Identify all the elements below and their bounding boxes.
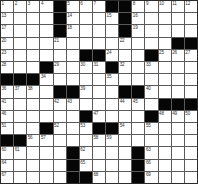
cell-r4c4[interactable] (40, 38, 52, 49)
cell-r7c7[interactable] (80, 74, 92, 85)
cell-r11c15[interactable] (185, 123, 197, 134)
cell-r6c11[interactable] (132, 62, 144, 73)
cell-r5c2[interactable] (14, 50, 26, 61)
cell-r13c7[interactable]: 62 (80, 147, 92, 158)
clue-number-31: 31 (93, 62, 98, 67)
cell-r8c9[interactable] (106, 86, 118, 97)
clue-number-16: 16 (133, 13, 138, 18)
cell-r4c5[interactable]: 21 (54, 38, 66, 49)
black-cell-r7c3 (27, 74, 39, 85)
cell-r11c12[interactable]: 55 (145, 123, 157, 134)
cell-r2c8[interactable] (93, 13, 105, 24)
cell-r13c4[interactable] (40, 147, 52, 158)
cell-r6c7[interactable]: 30 (80, 62, 92, 73)
cell-r14c14[interactable] (172, 160, 184, 171)
cell-r11c14[interactable] (172, 123, 184, 134)
cell-r1c13[interactable]: 10 (159, 1, 171, 12)
cell-r14c12[interactable]: 66 (145, 160, 157, 171)
black-cell-r3c5 (54, 25, 66, 36)
cell-r15c13[interactable] (159, 172, 171, 183)
cell-r9c8[interactable] (93, 99, 105, 110)
black-cell-r11c4 (40, 123, 52, 134)
cell-r9c9[interactable] (106, 99, 118, 110)
cell-r13c1[interactable]: 60 (1, 147, 13, 158)
cell-r3c12[interactable] (145, 25, 157, 36)
clue-number-13: 13 (2, 13, 7, 18)
cell-r14c15[interactable] (185, 160, 197, 171)
cell-r14c3[interactable] (27, 160, 39, 171)
cell-r3c7[interactable] (80, 25, 92, 36)
cell-r15c10[interactable] (119, 172, 131, 183)
black-cell-r11c8 (93, 123, 105, 134)
black-cell-r10c7 (80, 111, 92, 122)
cell-r13c13[interactable] (159, 147, 171, 158)
clue-number-60: 60 (2, 147, 7, 152)
black-cell-r2c10 (119, 13, 131, 24)
cell-r6c8[interactable]: 31 (93, 62, 105, 73)
cell-r4c6[interactable] (67, 38, 79, 49)
cell-r9c3[interactable] (27, 99, 39, 110)
black-cell-r7c2 (14, 74, 26, 85)
cell-r14c4[interactable] (40, 160, 52, 171)
cell-r5c10[interactable] (119, 50, 131, 61)
cell-r2c1[interactable]: 13 (1, 13, 13, 24)
cell-r5c3[interactable] (27, 50, 39, 61)
cell-r2c3[interactable] (27, 13, 39, 24)
clue-number-51: 51 (2, 123, 7, 128)
cell-r2c13[interactable] (159, 13, 171, 24)
cell-r9c11[interactable]: 45 (132, 99, 144, 110)
cell-r1c3[interactable]: 3 (27, 1, 39, 12)
black-cell-r12c2 (14, 135, 26, 146)
clue-number-19: 19 (133, 25, 138, 30)
cell-r1c11[interactable]: 8 (132, 1, 144, 12)
cell-r13c15[interactable] (185, 147, 197, 158)
black-cell-r5c12 (145, 50, 157, 61)
cell-r2c12[interactable] (145, 13, 157, 24)
cell-r11c2[interactable] (14, 123, 26, 134)
cell-r13c9[interactable] (106, 147, 118, 158)
cell-r5c9[interactable]: 24 (106, 50, 118, 61)
cell-r12c13[interactable] (159, 135, 171, 146)
clue-number-1: 1 (2, 1, 4, 6)
cell-r3c6[interactable]: 18 (67, 25, 79, 36)
cell-r6c14[interactable] (172, 62, 184, 73)
cell-r6c12[interactable]: 33 (145, 62, 157, 73)
black-cell-r15c6 (67, 172, 79, 183)
black-cell-r4c15 (185, 38, 197, 49)
cell-r6c6[interactable] (67, 62, 79, 73)
cell-r8c2[interactable]: 37 (14, 86, 26, 97)
cell-r10c2[interactable] (14, 111, 26, 122)
black-cell-r4c14 (172, 38, 184, 49)
clue-number-9: 9 (146, 1, 148, 6)
clue-number-20: 20 (2, 38, 7, 43)
clue-number-8: 8 (133, 1, 135, 6)
clue-number-3: 3 (28, 1, 30, 6)
black-cell-r2c5 (54, 13, 66, 24)
cell-r4c9[interactable] (106, 38, 118, 49)
cell-r11c11[interactable] (132, 123, 144, 134)
cell-r7c15[interactable] (185, 74, 197, 85)
cell-r11c10[interactable]: 54 (119, 123, 131, 134)
clue-number-17: 17 (2, 25, 7, 30)
clue-number-12: 12 (185, 1, 190, 6)
clue-number-10: 10 (159, 1, 164, 6)
cell-r8c13[interactable] (159, 86, 171, 97)
cell-r12c7[interactable] (80, 135, 92, 146)
cell-r13c2[interactable]: 61 (14, 147, 26, 158)
cell-r8c3[interactable]: 38 (27, 86, 39, 97)
cell-r9c7[interactable] (80, 99, 92, 110)
cell-r3c13[interactable] (159, 25, 171, 36)
cell-r3c15[interactable] (185, 25, 197, 36)
cell-r2c14[interactable] (172, 13, 184, 24)
clue-number-35: 35 (107, 74, 112, 79)
cell-r6c15[interactable] (185, 62, 197, 73)
cell-r11c1[interactable]: 51 (1, 123, 13, 134)
clue-number-67: 67 (2, 172, 7, 177)
cell-r12c6[interactable] (67, 135, 79, 146)
clue-number-26: 26 (172, 50, 177, 55)
clue-number-50: 50 (185, 111, 190, 116)
cell-r5c5[interactable] (54, 50, 66, 61)
cell-r8c1[interactable]: 36 (1, 86, 13, 97)
cell-r3c2[interactable] (14, 25, 26, 36)
black-cell-r8c6 (67, 86, 79, 97)
cell-r3c11[interactable]: 19 (132, 25, 144, 36)
clue-number-37: 37 (15, 86, 20, 91)
cell-r13c3[interactable] (27, 147, 39, 158)
clue-number-64: 64 (2, 160, 7, 165)
cell-r4c10[interactable]: 22 (119, 38, 131, 49)
cell-r8c4[interactable] (40, 86, 52, 97)
cell-r9c12[interactable] (145, 99, 157, 110)
cell-r5c13[interactable]: 25 (159, 50, 171, 61)
black-cell-r13c11 (132, 147, 144, 158)
cell-r10c9[interactable] (106, 111, 118, 122)
cell-r15c3[interactable] (27, 172, 39, 183)
cell-r15c9[interactable] (106, 172, 118, 183)
cell-r10c10[interactable] (119, 111, 131, 122)
clue-number-5: 5 (67, 1, 69, 6)
cell-r12c3[interactable]: 56 (27, 135, 39, 146)
clue-number-15: 15 (107, 13, 112, 18)
cell-r6c13[interactable] (159, 62, 171, 73)
cell-r4c3[interactable] (27, 38, 39, 49)
cell-r7c13[interactable] (159, 74, 171, 85)
cell-r9c5[interactable]: 42 (54, 99, 66, 110)
black-cell-r8c11 (132, 86, 144, 97)
clue-number-41: 41 (2, 99, 7, 104)
black-cell-r12c1 (1, 135, 13, 146)
black-cell-r5c7 (80, 50, 92, 61)
black-cell-r14c6 (67, 160, 79, 171)
cell-r13c5[interactable] (54, 147, 66, 158)
black-cell-r1c10 (119, 1, 131, 12)
clue-number-68: 68 (93, 172, 98, 177)
clue-number-34: 34 (41, 74, 46, 79)
cell-r10c3[interactable] (27, 111, 39, 122)
cell-r5c6[interactable] (67, 50, 79, 61)
cell-r7c4[interactable]: 34 (40, 74, 52, 85)
cell-r3c8[interactable] (93, 25, 105, 36)
cell-r11c3[interactable] (27, 123, 39, 134)
cell-r1c1[interactable]: 1 (1, 1, 13, 12)
clue-number-2: 2 (15, 1, 17, 6)
clue-number-7: 7 (93, 1, 95, 6)
cell-r15c1[interactable]: 67 (1, 172, 13, 183)
cell-r2c11[interactable]: 16 (132, 13, 144, 24)
cell-r9c4[interactable] (40, 99, 52, 110)
cell-r15c8[interactable]: 68 (93, 172, 105, 183)
clue-number-30: 30 (80, 62, 85, 67)
black-cell-r6c4 (40, 62, 52, 73)
cell-r10c14[interactable]: 49 (172, 111, 184, 122)
cell-r3c4[interactable] (40, 25, 52, 36)
cell-r2c7[interactable] (80, 13, 92, 24)
cell-r5c4[interactable] (40, 50, 52, 61)
cell-r7c6[interactable] (67, 74, 79, 85)
clue-number-21: 21 (54, 38, 59, 43)
black-cell-r9c14 (172, 99, 184, 110)
clue-number-48: 48 (159, 111, 164, 116)
cell-r5c11[interactable] (132, 50, 144, 61)
cell-r9c1[interactable]: 41 (1, 99, 13, 110)
cell-r3c3[interactable] (27, 25, 39, 36)
cell-r5c15[interactable]: 27 (185, 50, 197, 61)
clue-number-29: 29 (54, 62, 59, 67)
cell-r4c1[interactable]: 20 (1, 38, 13, 49)
cell-r1c15[interactable]: 12 (185, 1, 197, 12)
clue-number-28: 28 (2, 62, 7, 67)
cell-r6c2[interactable] (14, 62, 26, 73)
black-cell-r3c10 (119, 25, 131, 36)
cell-r4c12[interactable] (145, 38, 157, 49)
cell-r10c11[interactable] (132, 111, 144, 122)
black-cell-r1c9 (106, 1, 118, 12)
black-cell-r8c10 (119, 86, 131, 97)
clue-number-44: 44 (120, 99, 125, 104)
black-cell-r15c11 (132, 172, 144, 183)
clue-number-47: 47 (93, 111, 98, 116)
cell-r2c15[interactable] (185, 13, 197, 24)
cell-r4c2[interactable] (14, 38, 26, 49)
crossword-grid: 1234567891011121314151617181920212223242… (0, 0, 198, 184)
cell-r5c14[interactable]: 26 (172, 50, 184, 61)
clue-number-18: 18 (67, 25, 72, 30)
clue-number-49: 49 (172, 111, 177, 116)
cell-r11c5[interactable]: 52 (54, 123, 66, 134)
cell-r8c12[interactable]: 40 (145, 86, 157, 97)
cell-r10c1[interactable]: 46 (1, 111, 13, 122)
cell-r14c10[interactable] (119, 160, 131, 171)
cell-r8c14[interactable] (172, 86, 184, 97)
clue-number-36: 36 (2, 86, 7, 91)
cell-r6c1[interactable]: 28 (1, 62, 13, 73)
cell-r5c1[interactable]: 23 (1, 50, 13, 61)
cell-r7c8[interactable] (93, 74, 105, 85)
cell-r7c12[interactable] (145, 74, 157, 85)
clue-number-11: 11 (172, 1, 176, 6)
clue-number-54: 54 (120, 123, 125, 128)
clue-number-39: 39 (80, 86, 85, 91)
cell-r14c13[interactable] (159, 160, 171, 171)
clue-number-65: 65 (80, 160, 85, 165)
cell-r13c14[interactable] (172, 147, 184, 158)
clue-number-69: 69 (146, 172, 151, 177)
clue-number-58: 58 (93, 135, 98, 140)
cell-r15c14[interactable] (172, 172, 184, 183)
cell-r12c14[interactable] (172, 135, 184, 146)
cell-r12c8[interactable]: 58 (93, 135, 105, 146)
cell-r13c10[interactable] (119, 147, 131, 158)
clue-number-45: 45 (133, 99, 138, 104)
clue-number-43: 43 (67, 99, 72, 104)
cell-r10c5[interactable] (54, 111, 66, 122)
cell-r2c2[interactable] (14, 13, 26, 24)
clue-number-66: 66 (146, 160, 151, 165)
cell-r12c11[interactable] (132, 135, 144, 146)
cell-r12c12[interactable] (145, 135, 157, 146)
cell-r3c9[interactable] (106, 25, 118, 36)
black-cell-r7c1 (1, 74, 13, 85)
cell-r1c12[interactable]: 9 (145, 1, 157, 12)
clue-number-59: 59 (107, 135, 112, 140)
clue-number-53: 53 (80, 123, 85, 128)
black-cell-r9c15 (185, 99, 197, 110)
cell-r13c8[interactable] (93, 147, 105, 158)
clue-number-61: 61 (15, 147, 20, 152)
cell-r10c15[interactable]: 50 (185, 111, 197, 122)
black-cell-r10c12 (145, 111, 157, 122)
cell-r9c2[interactable] (14, 99, 26, 110)
cell-r15c2[interactable] (14, 172, 26, 183)
clue-number-38: 38 (28, 86, 33, 91)
cell-r7c14[interactable] (172, 74, 184, 85)
clue-number-57: 57 (41, 135, 46, 140)
cell-r11c6[interactable] (67, 123, 79, 134)
cell-r13c12[interactable]: 63 (145, 147, 157, 158)
clue-number-14: 14 (67, 13, 72, 18)
clue-number-22: 22 (120, 38, 125, 43)
clue-number-62: 62 (80, 147, 85, 152)
cell-r12c9[interactable]: 59 (106, 135, 118, 146)
cell-r8c8[interactable] (93, 86, 105, 97)
cell-r7c5[interactable] (54, 74, 66, 85)
cell-r4c13[interactable] (159, 38, 171, 49)
clue-number-23: 23 (2, 50, 7, 55)
cell-r14c2[interactable] (14, 160, 26, 171)
clue-number-63: 63 (146, 147, 151, 152)
black-cell-r15c7 (80, 172, 92, 183)
clue-number-32: 32 (120, 62, 125, 67)
cell-r6c10[interactable]: 32 (119, 62, 131, 73)
cell-r6c5[interactable]: 29 (54, 62, 66, 73)
cell-r2c6[interactable]: 14 (67, 13, 79, 24)
black-cell-r8c5 (54, 86, 66, 97)
black-cell-r9c13 (159, 99, 171, 110)
cell-r15c4[interactable] (40, 172, 52, 183)
cell-r14c8[interactable] (93, 160, 105, 171)
cell-r12c10[interactable] (119, 135, 131, 146)
black-cell-r11c9 (106, 123, 118, 134)
clue-number-46: 46 (2, 111, 7, 116)
cell-r1c7[interactable]: 6 (80, 1, 92, 12)
clue-number-4: 4 (41, 1, 43, 6)
cell-r12c4[interactable]: 57 (40, 135, 52, 146)
cell-r1c2[interactable]: 2 (14, 1, 26, 12)
cell-r4c8[interactable] (93, 38, 105, 49)
black-cell-r5c8 (93, 50, 105, 61)
cell-r11c13[interactable] (159, 123, 171, 134)
cell-r14c7[interactable]: 65 (80, 160, 92, 171)
cell-r10c6[interactable] (67, 111, 79, 122)
clue-number-25: 25 (159, 50, 164, 55)
cell-r8c15[interactable] (185, 86, 197, 97)
cell-r14c5[interactable] (54, 160, 66, 171)
cell-r1c8[interactable]: 7 (93, 1, 105, 12)
clue-number-6: 6 (80, 1, 82, 6)
black-cell-r6c9 (106, 62, 118, 73)
cell-r1c4[interactable]: 4 (40, 1, 52, 12)
cell-r15c5[interactable] (54, 172, 66, 183)
cell-r10c8[interactable]: 47 (93, 111, 105, 122)
clue-number-52: 52 (54, 123, 59, 128)
cell-r1c14[interactable]: 11 (172, 1, 184, 12)
clue-number-55: 55 (146, 123, 151, 128)
black-cell-r1c5 (54, 1, 66, 12)
clue-number-33: 33 (146, 62, 151, 67)
cell-r4c11[interactable] (132, 38, 144, 49)
cell-r15c12[interactable]: 69 (145, 172, 157, 183)
clue-number-27: 27 (185, 50, 190, 55)
cell-r1c6[interactable]: 5 (67, 1, 79, 12)
clue-number-42: 42 (54, 99, 59, 104)
clue-number-40: 40 (146, 86, 151, 91)
cell-r3c1[interactable]: 17 (1, 25, 13, 36)
black-cell-r13c6 (67, 147, 79, 158)
cell-r9c6[interactable]: 43 (67, 99, 79, 110)
cell-r12c15[interactable] (185, 135, 197, 146)
cell-r6c3[interactable] (27, 62, 39, 73)
cell-r4c7[interactable] (80, 38, 92, 49)
cell-r3c14[interactable] (172, 25, 184, 36)
black-cell-r14c11 (132, 160, 144, 171)
cell-r14c1[interactable]: 64 (1, 160, 13, 171)
cell-r8c7[interactable]: 39 (80, 86, 92, 97)
cell-r2c9[interactable]: 15 (106, 13, 118, 24)
cell-r12c5[interactable] (54, 135, 66, 146)
clue-number-24: 24 (107, 50, 112, 55)
cell-r2c4[interactable] (40, 13, 52, 24)
cell-r14c9[interactable] (106, 160, 118, 171)
cell-r10c4[interactable] (40, 111, 52, 122)
clue-number-56: 56 (28, 135, 33, 140)
cell-r11c7[interactable]: 53 (80, 123, 92, 134)
cell-r15c15[interactable] (185, 172, 197, 183)
cell-r10c13[interactable]: 48 (159, 111, 171, 122)
cell-r7c9[interactable]: 35 (106, 74, 118, 85)
cell-r7c11[interactable] (132, 74, 144, 85)
cell-r9c10[interactable]: 44 (119, 99, 131, 110)
cell-r7c10[interactable] (119, 74, 131, 85)
